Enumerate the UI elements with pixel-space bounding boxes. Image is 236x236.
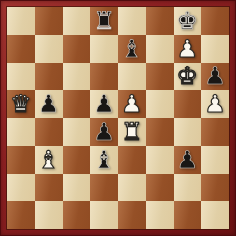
square-c5[interactable] (63, 90, 91, 118)
square-a5[interactable]: ♛ (7, 90, 35, 118)
black-pawn-d5[interactable]: ♟ (93, 92, 115, 116)
square-h3[interactable] (201, 146, 229, 174)
black-pawn-g3[interactable]: ♟ (177, 148, 199, 172)
square-c7[interactable] (63, 35, 91, 63)
square-f8[interactable] (146, 7, 174, 35)
square-h2[interactable] (201, 174, 229, 202)
black-pawn-d4[interactable]: ♟ (93, 120, 115, 144)
square-g5[interactable] (174, 90, 202, 118)
square-b2[interactable] (35, 174, 63, 202)
square-d6[interactable] (90, 63, 118, 91)
black-bishop-e7[interactable]: ♝ (121, 37, 143, 61)
black-bishop-d3[interactable]: ♝ (93, 148, 115, 172)
square-f4[interactable] (146, 118, 174, 146)
square-e5[interactable]: ♟ (118, 90, 146, 118)
square-a1[interactable] (7, 201, 35, 229)
white-king-g6[interactable]: ♚ (177, 64, 199, 88)
white-pawn-g7[interactable]: ♟ (177, 37, 199, 61)
black-pawn-b5[interactable]: ♟ (38, 92, 60, 116)
square-e7[interactable]: ♝ (118, 35, 146, 63)
square-h1[interactable] (201, 201, 229, 229)
square-f6[interactable] (146, 63, 174, 91)
square-c1[interactable] (63, 201, 91, 229)
square-f1[interactable] (146, 201, 174, 229)
square-b3[interactable]: ♝ (35, 146, 63, 174)
square-b4[interactable] (35, 118, 63, 146)
square-e3[interactable] (118, 146, 146, 174)
square-b5[interactable]: ♟ (35, 90, 63, 118)
white-bishop-b3[interactable]: ♝ (38, 148, 60, 172)
square-c8[interactable] (63, 7, 91, 35)
square-c4[interactable] (63, 118, 91, 146)
square-e8[interactable] (118, 7, 146, 35)
square-f7[interactable] (146, 35, 174, 63)
white-rook-e4[interactable]: ♜ (121, 120, 143, 144)
square-d2[interactable] (90, 174, 118, 202)
square-h4[interactable] (201, 118, 229, 146)
square-f3[interactable] (146, 146, 174, 174)
square-g1[interactable] (174, 201, 202, 229)
square-d1[interactable] (90, 201, 118, 229)
square-f5[interactable] (146, 90, 174, 118)
square-h8[interactable] (201, 7, 229, 35)
square-c2[interactable] (63, 174, 91, 202)
square-e4[interactable]: ♜ (118, 118, 146, 146)
square-a2[interactable] (7, 174, 35, 202)
black-king-g8[interactable]: ♚ (177, 9, 199, 33)
black-rook-d8[interactable]: ♜ (93, 9, 115, 33)
chess-board: ♜♚♝♟♚♟♛♟♟♟♟♟♜♝♝♟ (7, 7, 229, 229)
square-b6[interactable] (35, 63, 63, 91)
square-e6[interactable] (118, 63, 146, 91)
square-h7[interactable] (201, 35, 229, 63)
square-g4[interactable] (174, 118, 202, 146)
square-c3[interactable] (63, 146, 91, 174)
square-a7[interactable] (7, 35, 35, 63)
white-queen-a5[interactable]: ♛ (10, 92, 32, 116)
square-a4[interactable] (7, 118, 35, 146)
square-e1[interactable] (118, 201, 146, 229)
square-a8[interactable] (7, 7, 35, 35)
square-g8[interactable]: ♚ (174, 7, 202, 35)
square-g7[interactable]: ♟ (174, 35, 202, 63)
square-b7[interactable] (35, 35, 63, 63)
square-a3[interactable] (7, 146, 35, 174)
square-a6[interactable] (7, 63, 35, 91)
square-h5[interactable]: ♟ (201, 90, 229, 118)
white-pawn-e5[interactable]: ♟ (121, 92, 143, 116)
square-g6[interactable]: ♚ (174, 63, 202, 91)
square-d3[interactable]: ♝ (90, 146, 118, 174)
board-frame: ♜♚♝♟♚♟♛♟♟♟♟♟♜♝♝♟ (0, 0, 236, 236)
square-d8[interactable]: ♜ (90, 7, 118, 35)
square-b1[interactable] (35, 201, 63, 229)
square-d7[interactable] (90, 35, 118, 63)
square-f2[interactable] (146, 174, 174, 202)
square-g2[interactable] (174, 174, 202, 202)
square-d4[interactable]: ♟ (90, 118, 118, 146)
black-pawn-h6[interactable]: ♟ (204, 64, 226, 88)
square-e2[interactable] (118, 174, 146, 202)
square-h6[interactable]: ♟ (201, 63, 229, 91)
square-d5[interactable]: ♟ (90, 90, 118, 118)
square-g3[interactable]: ♟ (174, 146, 202, 174)
square-c6[interactable] (63, 63, 91, 91)
square-b8[interactable] (35, 7, 63, 35)
white-pawn-h5[interactable]: ♟ (204, 92, 226, 116)
